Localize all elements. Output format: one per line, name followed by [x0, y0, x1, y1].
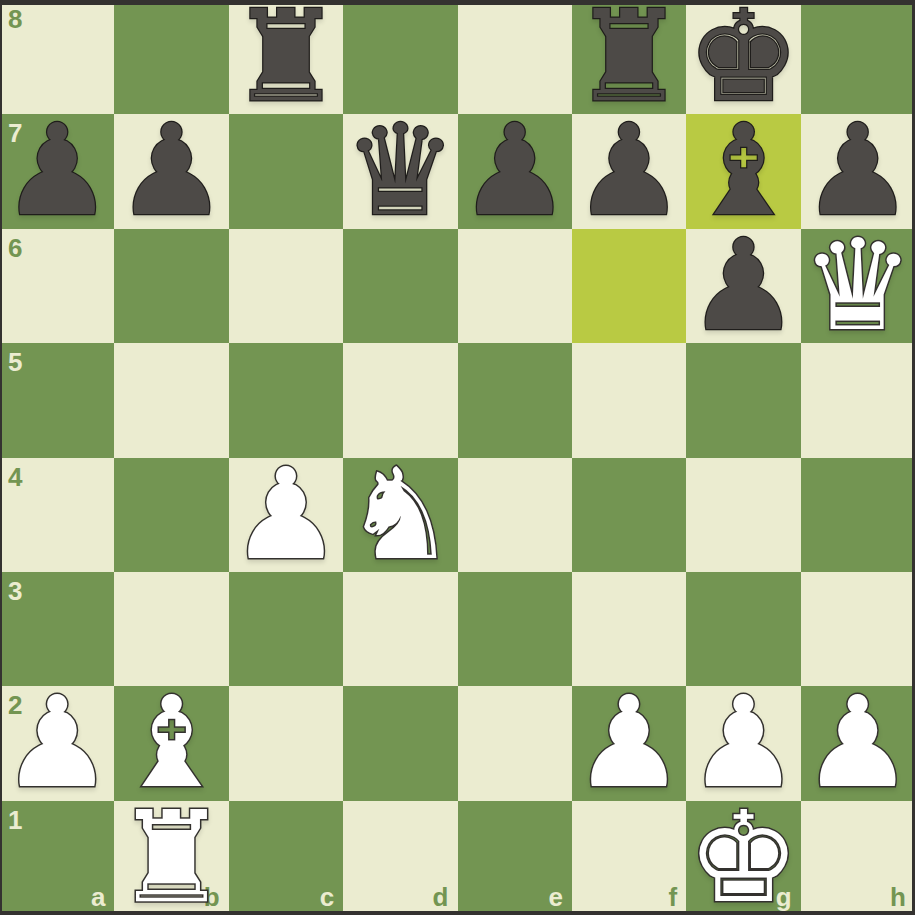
black-queen[interactable]: ♛	[343, 114, 457, 228]
white-queen[interactable]: ♛	[801, 229, 915, 343]
square-e2[interactable]	[458, 686, 572, 800]
square-a7[interactable]: 7♟	[0, 114, 114, 228]
square-a1[interactable]: 1a	[0, 801, 114, 915]
square-c6[interactable]	[229, 229, 343, 343]
square-f6[interactable]	[572, 229, 686, 343]
black-pawn[interactable]: ♟	[0, 114, 114, 228]
square-d6[interactable]	[343, 229, 457, 343]
square-c8[interactable]: ♜	[229, 0, 343, 114]
file-label-a: a	[91, 882, 105, 913]
black-rook[interactable]: ♜	[229, 0, 343, 114]
square-g1[interactable]: g♚	[686, 801, 800, 915]
square-f2[interactable]: ♟	[572, 686, 686, 800]
square-e6[interactable]	[458, 229, 572, 343]
chess-board-container: 8♜♜♚7♟♟♛♟♟♝♟6♟♛54♟♞32♟♝♟♟♟1ab♜cdefg♚h	[0, 0, 915, 915]
square-d2[interactable]	[343, 686, 457, 800]
white-knight[interactable]: ♞	[343, 458, 457, 572]
square-c3[interactable]	[229, 572, 343, 686]
square-d3[interactable]	[343, 572, 457, 686]
square-h4[interactable]	[801, 458, 915, 572]
square-a4[interactable]: 4	[0, 458, 114, 572]
square-f1[interactable]: f	[572, 801, 686, 915]
square-b1[interactable]: b♜	[114, 801, 228, 915]
square-d1[interactable]: d	[343, 801, 457, 915]
black-pawn[interactable]: ♟	[458, 114, 572, 228]
rank-label-3: 3	[8, 576, 22, 607]
white-pawn[interactable]: ♟	[229, 458, 343, 572]
square-e4[interactable]	[458, 458, 572, 572]
file-label-h: h	[890, 882, 906, 913]
square-c2[interactable]	[229, 686, 343, 800]
square-f7[interactable]: ♟	[572, 114, 686, 228]
rank-label-4: 4	[8, 462, 22, 493]
square-a5[interactable]: 5	[0, 343, 114, 457]
square-h6[interactable]: ♛	[801, 229, 915, 343]
square-b7[interactable]: ♟	[114, 114, 228, 228]
file-label-e: e	[548, 882, 562, 913]
square-a6[interactable]: 6	[0, 229, 114, 343]
file-label-f: f	[669, 882, 678, 913]
black-pawn[interactable]: ♟	[114, 114, 228, 228]
black-pawn[interactable]: ♟	[572, 114, 686, 228]
square-g6[interactable]: ♟	[686, 229, 800, 343]
white-pawn[interactable]: ♟	[572, 686, 686, 800]
square-g5[interactable]	[686, 343, 800, 457]
square-f4[interactable]	[572, 458, 686, 572]
square-e7[interactable]: ♟	[458, 114, 572, 228]
square-e5[interactable]	[458, 343, 572, 457]
white-pawn[interactable]: ♟	[801, 686, 915, 800]
square-c1[interactable]: c	[229, 801, 343, 915]
square-h5[interactable]	[801, 343, 915, 457]
white-pawn[interactable]: ♟	[0, 686, 114, 800]
square-d7[interactable]: ♛	[343, 114, 457, 228]
square-b6[interactable]	[114, 229, 228, 343]
square-e3[interactable]	[458, 572, 572, 686]
square-b4[interactable]	[114, 458, 228, 572]
square-f5[interactable]	[572, 343, 686, 457]
square-c4[interactable]: ♟	[229, 458, 343, 572]
square-h2[interactable]: ♟	[801, 686, 915, 800]
rank-label-8: 8	[8, 4, 22, 35]
square-a2[interactable]: 2♟	[0, 686, 114, 800]
square-d4[interactable]: ♞	[343, 458, 457, 572]
square-c7[interactable]	[229, 114, 343, 228]
file-label-c: c	[320, 882, 334, 913]
square-e1[interactable]: e	[458, 801, 572, 915]
white-rook[interactable]: ♜	[114, 801, 228, 915]
file-label-d: d	[433, 882, 449, 913]
rank-label-5: 5	[8, 347, 22, 378]
chess-board: 8♜♜♚7♟♟♛♟♟♝♟6♟♛54♟♞32♟♝♟♟♟1ab♜cdefg♚h	[0, 0, 915, 915]
square-h1[interactable]: h	[801, 801, 915, 915]
square-g4[interactable]	[686, 458, 800, 572]
white-king[interactable]: ♚	[686, 801, 800, 915]
square-b5[interactable]	[114, 343, 228, 457]
black-pawn[interactable]: ♟	[686, 229, 800, 343]
